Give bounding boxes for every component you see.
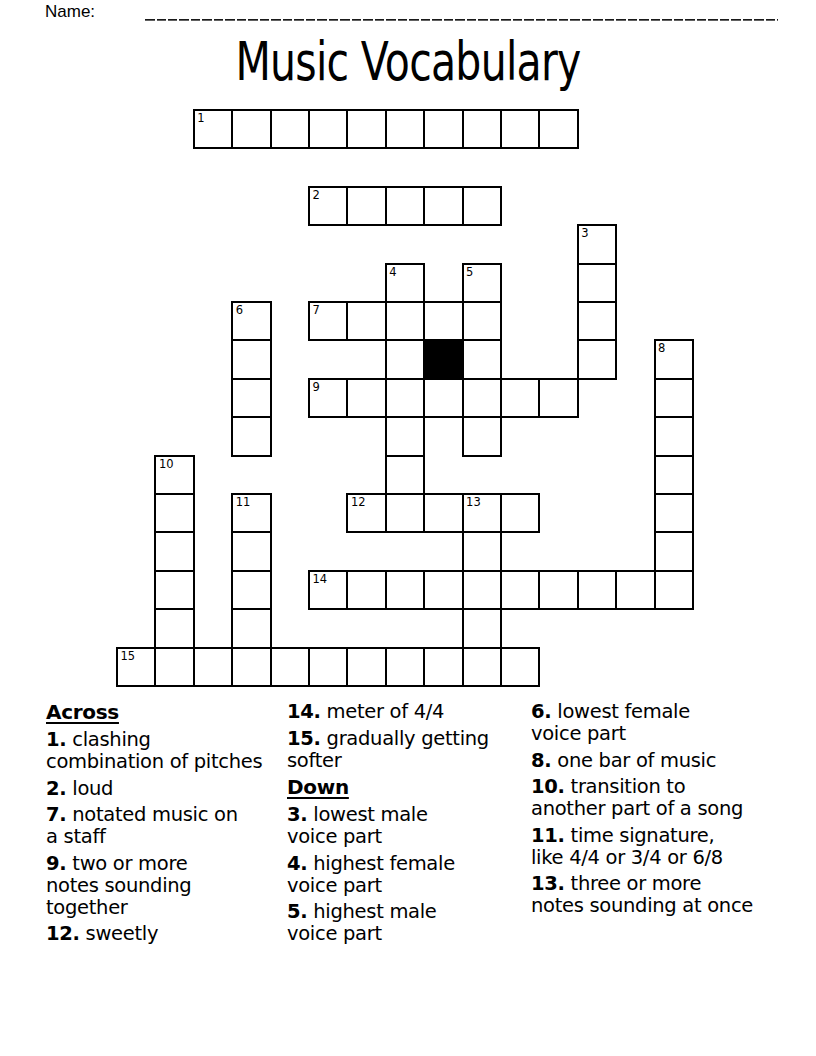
grid-cell[interactable] xyxy=(231,416,271,456)
cell-number: 5 xyxy=(466,265,473,279)
grid-cell[interactable] xyxy=(154,647,194,687)
clue-5: 5. highest male voice part xyxy=(287,901,519,945)
down-heading: Down xyxy=(287,776,519,798)
grid-cell[interactable] xyxy=(500,493,540,533)
grid-cell[interactable] xyxy=(462,378,502,418)
grid-cell[interactable] xyxy=(193,647,233,687)
clue-number: 1. xyxy=(46,728,66,751)
clue-13: 13. three or more notes sounding at once xyxy=(531,873,781,917)
grid-cell[interactable] xyxy=(462,301,502,341)
grid-cell[interactable] xyxy=(462,416,502,456)
grid-cell[interactable] xyxy=(423,186,463,226)
grid-cell[interactable] xyxy=(154,608,194,648)
cell-number: 10 xyxy=(159,457,174,471)
grid-cell[interactable] xyxy=(423,109,463,149)
grid-cell[interactable] xyxy=(385,493,425,533)
cell-number: 11 xyxy=(236,495,251,509)
clue-3: 3. lowest male voice part xyxy=(287,804,519,848)
grid-cell[interactable]: 8 xyxy=(654,339,694,379)
grid-cell[interactable] xyxy=(577,570,617,610)
grid-cell[interactable] xyxy=(385,570,425,610)
clue-text: meter of 4/4 xyxy=(321,700,445,723)
clue-number: 3. xyxy=(287,803,307,826)
grid-cell[interactable] xyxy=(385,455,425,495)
grid-cell[interactable] xyxy=(462,339,502,379)
grid-cell[interactable] xyxy=(423,301,463,341)
clue-12: 12. sweetly xyxy=(46,923,292,945)
grid-cell[interactable] xyxy=(231,378,271,418)
grid-cell[interactable] xyxy=(346,378,386,418)
grid-cell[interactable] xyxy=(500,109,540,149)
cell-number: 3 xyxy=(581,226,588,240)
grid-cell[interactable] xyxy=(308,647,348,687)
clue-text: highest female voice part xyxy=(287,852,455,897)
grid-cell[interactable]: 2 xyxy=(308,186,348,226)
clue-text: highest male voice part xyxy=(287,900,437,945)
grid-cell[interactable] xyxy=(308,109,348,149)
grid-cell[interactable] xyxy=(577,301,617,341)
clue-9: 9. two or more notes sounding together xyxy=(46,853,292,919)
clue-text: loud xyxy=(66,777,113,800)
grid-cell[interactable] xyxy=(270,109,310,149)
clue-number: 7. xyxy=(46,803,66,826)
cell-number: 8 xyxy=(658,341,665,355)
grid-cell[interactable] xyxy=(346,301,386,341)
cell-number: 9 xyxy=(313,380,320,394)
black-cell xyxy=(423,339,463,379)
grid-cell[interactable] xyxy=(654,570,694,610)
grid-cell[interactable] xyxy=(231,339,271,379)
grid-cell[interactable]: 3 xyxy=(577,224,617,264)
cell-number: 6 xyxy=(236,303,243,317)
clue-number: 11. xyxy=(531,824,565,847)
grid-cell[interactable]: 14 xyxy=(308,570,348,610)
clue-4: 4. highest female voice part xyxy=(287,853,519,897)
grid-cell[interactable] xyxy=(577,339,617,379)
grid-cell[interactable] xyxy=(385,647,425,687)
clue-text: one bar of music xyxy=(551,749,716,772)
cell-number: 4 xyxy=(389,265,396,279)
grid-cell[interactable] xyxy=(385,416,425,456)
clue-10: 10. transition to another part of a song xyxy=(531,776,781,820)
clue-text: three or more notes sounding at once xyxy=(531,872,753,917)
grid-cell[interactable]: 5 xyxy=(462,263,502,303)
grid-cell[interactable] xyxy=(462,608,502,648)
grid-cell[interactable] xyxy=(538,109,578,149)
grid-cell[interactable]: 11 xyxy=(231,493,271,533)
grid-cell[interactable] xyxy=(538,378,578,418)
clue-8: 8. one bar of music xyxy=(531,750,781,772)
clue-text: lowest male voice part xyxy=(287,803,428,848)
grid-cell[interactable] xyxy=(231,109,271,149)
clue-1: 1. clashing combination of pitches xyxy=(46,729,292,773)
clue-column-3: 6. lowest female voice part8. one bar of… xyxy=(531,701,781,922)
grid-cell[interactable] xyxy=(615,570,655,610)
clue-number: 5. xyxy=(287,900,307,923)
clue-number: 2. xyxy=(46,777,66,800)
grid-cell[interactable] xyxy=(270,647,310,687)
clue-number: 15. xyxy=(287,727,321,750)
grid-cell[interactable] xyxy=(154,493,194,533)
clue-number: 13. xyxy=(531,872,565,895)
grid-cell[interactable] xyxy=(423,570,463,610)
grid-cell[interactable] xyxy=(154,531,194,571)
cell-number: 1 xyxy=(197,111,204,125)
name-input-line[interactable] xyxy=(145,2,778,21)
grid-cell[interactable] xyxy=(346,109,386,149)
grid-cell[interactable] xyxy=(462,186,502,226)
clue-15: 15. gradually getting softer xyxy=(287,728,519,772)
grid-cell[interactable]: 9 xyxy=(308,378,348,418)
grid-cell[interactable]: 4 xyxy=(385,263,425,303)
grid-cell[interactable] xyxy=(385,186,425,226)
grid-cell[interactable] xyxy=(231,647,271,687)
clue-text: sweetly xyxy=(80,922,159,945)
grid-cell[interactable]: 15 xyxy=(116,647,156,687)
grid-cell[interactable] xyxy=(462,109,502,149)
grid-cell[interactable] xyxy=(654,455,694,495)
grid-cell[interactable] xyxy=(346,647,386,687)
grid-cell[interactable] xyxy=(385,109,425,149)
worksheet-page: Name: Music Vocabulary 12345678910111213… xyxy=(0,0,816,1056)
grid-cell[interactable] xyxy=(423,493,463,533)
clue-text: notated music on a staff xyxy=(46,803,238,848)
grid-cell[interactable] xyxy=(385,378,425,418)
grid-cell[interactable] xyxy=(423,378,463,418)
grid-cell[interactable] xyxy=(462,647,502,687)
grid-cell[interactable] xyxy=(654,378,694,418)
grid-cell[interactable] xyxy=(385,339,425,379)
grid-cell[interactable] xyxy=(654,416,694,456)
grid-cell[interactable] xyxy=(231,531,271,571)
grid-cell[interactable] xyxy=(423,647,463,687)
clue-6: 6. lowest female voice part xyxy=(531,701,781,745)
cell-number: 15 xyxy=(121,649,136,663)
grid-cell[interactable] xyxy=(500,647,540,687)
crossword-grid: 123456789101112131415 xyxy=(116,109,695,688)
name-row: Name: xyxy=(45,2,95,24)
clue-column-2: 14. meter of 4/415. gradually getting so… xyxy=(287,701,519,950)
clue-2: 2. loud xyxy=(46,778,292,800)
grid-cell[interactable] xyxy=(538,570,578,610)
grid-cell[interactable]: 12 xyxy=(346,493,386,533)
grid-cell[interactable] xyxy=(654,493,694,533)
clue-11: 11. time signature, like 4/4 or 3/4 or 6… xyxy=(531,825,781,869)
clue-text: lowest female voice part xyxy=(531,700,690,745)
clue-number: 14. xyxy=(287,700,321,723)
grid-cell[interactable] xyxy=(500,570,540,610)
cell-number: 12 xyxy=(351,495,366,509)
grid-cell[interactable] xyxy=(231,570,271,610)
cell-number: 7 xyxy=(313,303,320,317)
grid-cell[interactable] xyxy=(500,378,540,418)
grid-cell[interactable] xyxy=(654,531,694,571)
across-heading: Across xyxy=(46,701,292,723)
grid-cell[interactable] xyxy=(462,531,502,571)
grid-cell[interactable]: 1 xyxy=(193,109,233,149)
grid-cell[interactable]: 13 xyxy=(462,493,502,533)
clue-7: 7. notated music on a staff xyxy=(46,804,292,848)
clue-number: 12. xyxy=(46,922,80,945)
cell-number: 13 xyxy=(466,495,481,509)
cell-number: 14 xyxy=(313,572,328,586)
grid-cell[interactable] xyxy=(346,570,386,610)
clue-number: 4. xyxy=(287,852,307,875)
clue-number: 9. xyxy=(46,852,66,875)
clue-number: 8. xyxy=(531,749,551,772)
grid-cell[interactable] xyxy=(231,608,271,648)
grid-cell[interactable] xyxy=(154,570,194,610)
clue-column-1: Across1. clashing combination of pitches… xyxy=(46,701,292,950)
clue-14: 14. meter of 4/4 xyxy=(287,701,519,723)
grid-cell[interactable] xyxy=(346,186,386,226)
grid-cell[interactable]: 6 xyxy=(231,301,271,341)
clue-text: two or more notes sounding together xyxy=(46,852,191,919)
page-title: Music Vocabulary xyxy=(98,33,718,91)
grid-cell[interactable] xyxy=(462,570,502,610)
grid-cell[interactable]: 7 xyxy=(308,301,348,341)
cell-number: 2 xyxy=(313,188,320,202)
clue-number: 10. xyxy=(531,775,565,798)
name-label: Name: xyxy=(45,2,95,21)
clue-number: 6. xyxy=(531,700,551,723)
clue-text: clashing combination of pitches xyxy=(46,728,262,773)
grid-cell[interactable] xyxy=(577,263,617,303)
grid-cell[interactable]: 10 xyxy=(154,455,194,495)
grid-cell[interactable] xyxy=(385,301,425,341)
